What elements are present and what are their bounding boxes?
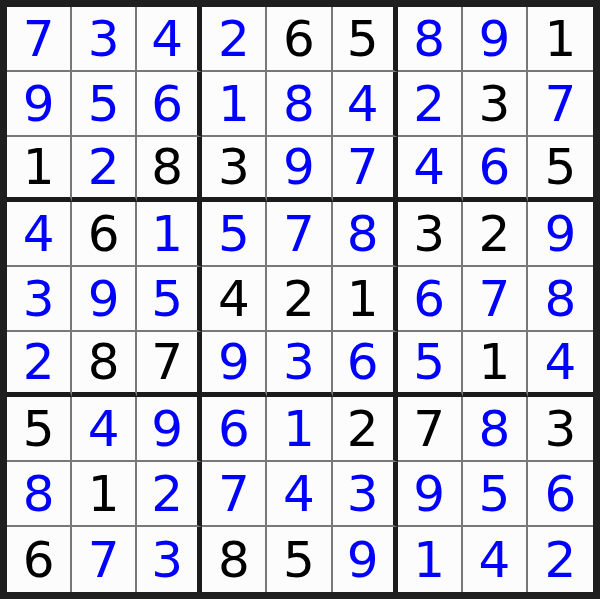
filled-digit: 4 (151, 14, 183, 64)
filled-digit: 4 (347, 79, 379, 129)
cell-r3c9[interactable]: 5 (528, 137, 593, 202)
cell-r2c9[interactable]: 7 (528, 72, 593, 137)
filled-digit: 4 (88, 404, 120, 454)
filled-digit: 2 (413, 79, 445, 129)
cell-r4c8[interactable]: 2 (463, 202, 528, 267)
given-digit: 1 (347, 274, 379, 324)
filled-digit: 7 (347, 142, 379, 192)
cell-r5c6[interactable]: 1 (333, 267, 398, 332)
cell-r1c8[interactable]: 9 (463, 7, 528, 72)
cell-r6c8[interactable]: 1 (463, 332, 528, 397)
cell-r8c7[interactable]: 9 (398, 462, 463, 527)
cell-r5c4[interactable]: 4 (202, 267, 267, 332)
given-digit: 5 (23, 404, 55, 454)
cell-r7c5[interactable]: 1 (267, 397, 332, 462)
filled-digit: 4 (545, 337, 577, 387)
given-digit: 7 (413, 404, 445, 454)
cell-r4c1[interactable]: 4 (7, 202, 72, 267)
filled-digit: 5 (478, 469, 510, 519)
cell-r9c1[interactable]: 6 (7, 527, 72, 592)
cell-r8c8[interactable]: 5 (463, 462, 528, 527)
cell-r9c8[interactable]: 4 (463, 527, 528, 592)
given-digit: 2 (478, 209, 510, 259)
cell-r6c1[interactable]: 2 (7, 332, 72, 397)
filled-digit: 3 (283, 337, 315, 387)
cell-r1c4[interactable]: 2 (202, 7, 267, 72)
filled-digit: 7 (545, 79, 577, 129)
cell-r3c3[interactable]: 8 (137, 137, 202, 202)
cell-r7c3[interactable]: 9 (137, 397, 202, 462)
filled-digit: 7 (23, 14, 55, 64)
filled-digit: 8 (283, 79, 315, 129)
cell-r8c9[interactable]: 6 (528, 462, 593, 527)
filled-digit: 9 (218, 337, 250, 387)
cell-r2c8[interactable]: 3 (463, 72, 528, 137)
cell-r4c7[interactable]: 3 (398, 202, 463, 267)
cell-r3c6[interactable]: 7 (333, 137, 398, 202)
cell-r4c9[interactable]: 9 (528, 202, 593, 267)
cell-r9c6[interactable]: 9 (333, 527, 398, 592)
sudoku-board: 7342658919561842371283974654615783293954… (0, 0, 600, 599)
filled-digit: 9 (413, 469, 445, 519)
filled-digit: 6 (545, 469, 577, 519)
filled-digit: 8 (23, 469, 55, 519)
cell-r9c3[interactable]: 3 (137, 527, 202, 592)
filled-digit: 4 (23, 209, 55, 259)
filled-digit: 5 (151, 274, 183, 324)
given-digit: 5 (347, 14, 379, 64)
cell-r1c2[interactable]: 3 (72, 7, 137, 72)
cell-r4c2[interactable]: 6 (72, 202, 137, 267)
filled-digit: 7 (283, 209, 315, 259)
given-digit: 8 (88, 337, 120, 387)
given-digit: 3 (413, 209, 445, 259)
cell-r2c4[interactable]: 1 (202, 72, 267, 137)
cell-r1c1[interactable]: 7 (7, 7, 72, 72)
cell-r8c3[interactable]: 2 (137, 462, 202, 527)
filled-digit: 8 (545, 274, 577, 324)
cell-r5c8[interactable]: 7 (463, 267, 528, 332)
filled-digit: 1 (218, 79, 250, 129)
filled-digit: 1 (413, 535, 445, 585)
filled-digit: 9 (151, 404, 183, 454)
cell-r8c1[interactable]: 8 (7, 462, 72, 527)
cell-r3c2[interactable]: 2 (72, 137, 137, 202)
cell-r8c5[interactable]: 4 (267, 462, 332, 527)
given-digit: 1 (478, 337, 510, 387)
cell-r4c6[interactable]: 8 (333, 202, 398, 267)
cell-r9c9[interactable]: 2 (528, 527, 593, 592)
cell-r5c9[interactable]: 8 (528, 267, 593, 332)
filled-digit: 9 (23, 79, 55, 129)
cell-r8c2[interactable]: 1 (72, 462, 137, 527)
filled-digit: 3 (88, 14, 120, 64)
filled-digit: 5 (88, 79, 120, 129)
cell-r5c5[interactable]: 2 (267, 267, 332, 332)
filled-digit: 3 (151, 535, 183, 585)
cell-r3c8[interactable]: 6 (463, 137, 528, 202)
given-digit: 6 (23, 535, 55, 585)
cell-r7c8[interactable]: 8 (463, 397, 528, 462)
filled-digit: 7 (218, 469, 250, 519)
given-digit: 2 (283, 274, 315, 324)
cell-r4c3[interactable]: 1 (137, 202, 202, 267)
filled-digit: 6 (478, 142, 510, 192)
given-digit: 7 (151, 337, 183, 387)
given-digit: 4 (218, 274, 250, 324)
cell-r4c5[interactable]: 7 (267, 202, 332, 267)
given-digit: 3 (218, 142, 250, 192)
filled-digit: 6 (413, 274, 445, 324)
filled-digit: 2 (545, 535, 577, 585)
cell-r8c6[interactable]: 3 (333, 462, 398, 527)
cell-r1c9[interactable]: 1 (528, 7, 593, 72)
filled-digit: 2 (88, 142, 120, 192)
cell-r1c6[interactable]: 5 (333, 7, 398, 72)
filled-digit: 2 (218, 14, 250, 64)
cell-r6c7[interactable]: 5 (398, 332, 463, 397)
filled-digit: 3 (347, 469, 379, 519)
cell-r2c1[interactable]: 9 (7, 72, 72, 137)
cell-r8c4[interactable]: 7 (202, 462, 267, 527)
cell-r1c3[interactable]: 4 (137, 7, 202, 72)
filled-digit: 9 (545, 209, 577, 259)
cell-r2c2[interactable]: 5 (72, 72, 137, 137)
filled-digit: 2 (151, 469, 183, 519)
filled-digit: 7 (478, 274, 510, 324)
filled-digit: 8 (347, 209, 379, 259)
cell-r2c6[interactable]: 4 (333, 72, 398, 137)
filled-digit: 1 (283, 404, 315, 454)
given-digit: 3 (478, 79, 510, 129)
filled-digit: 6 (151, 79, 183, 129)
cell-r9c4[interactable]: 8 (202, 527, 267, 592)
filled-digit: 4 (478, 535, 510, 585)
filled-digit: 7 (88, 535, 120, 585)
cell-r7c2[interactable]: 4 (72, 397, 137, 462)
cell-r3c5[interactable]: 9 (267, 137, 332, 202)
given-digit: 1 (545, 14, 577, 64)
cell-r9c2[interactable]: 7 (72, 527, 137, 592)
given-digit: 8 (218, 535, 250, 585)
cell-r3c7[interactable]: 4 (398, 137, 463, 202)
cell-r1c7[interactable]: 8 (398, 7, 463, 72)
given-digit: 1 (88, 469, 120, 519)
cell-r7c4[interactable]: 6 (202, 397, 267, 462)
cell-r2c5[interactable]: 8 (267, 72, 332, 137)
filled-digit: 8 (413, 14, 445, 64)
filled-digit: 1 (151, 209, 183, 259)
given-digit: 5 (283, 535, 315, 585)
cell-r7c9[interactable]: 3 (528, 397, 593, 462)
cell-r3c4[interactable]: 3 (202, 137, 267, 202)
cell-r2c7[interactable]: 2 (398, 72, 463, 137)
given-digit: 8 (151, 142, 183, 192)
given-digit: 1 (23, 142, 55, 192)
filled-digit: 6 (347, 337, 379, 387)
filled-digit: 6 (218, 404, 250, 454)
filled-digit: 9 (478, 14, 510, 64)
cell-r7c6[interactable]: 2 (333, 397, 398, 462)
cell-r9c7[interactable]: 1 (398, 527, 463, 592)
cell-r3c1[interactable]: 1 (7, 137, 72, 202)
cell-r6c5[interactable]: 3 (267, 332, 332, 397)
cell-r1c5[interactable]: 6 (267, 7, 332, 72)
cell-r5c7[interactable]: 6 (398, 267, 463, 332)
cell-r7c7[interactable]: 7 (398, 397, 463, 462)
filled-digit: 5 (218, 209, 250, 259)
given-digit: 3 (545, 404, 577, 454)
filled-digit: 9 (88, 274, 120, 324)
filled-digit: 3 (23, 274, 55, 324)
cell-r7c1[interactable]: 5 (7, 397, 72, 462)
cell-r5c1[interactable]: 3 (7, 267, 72, 332)
filled-digit: 9 (347, 535, 379, 585)
cell-r6c6[interactable]: 6 (333, 332, 398, 397)
filled-digit: 2 (23, 337, 55, 387)
filled-digit: 8 (478, 404, 510, 454)
filled-digit: 4 (283, 469, 315, 519)
given-digit: 5 (545, 142, 577, 192)
cell-r6c3[interactable]: 7 (137, 332, 202, 397)
filled-digit: 9 (283, 142, 315, 192)
cell-r4c4[interactable]: 5 (202, 202, 267, 267)
cell-r6c9[interactable]: 4 (528, 332, 593, 397)
cell-r6c2[interactable]: 8 (72, 332, 137, 397)
filled-digit: 4 (413, 142, 445, 192)
filled-digit: 5 (413, 337, 445, 387)
cell-r5c3[interactable]: 5 (137, 267, 202, 332)
cell-r9c5[interactable]: 5 (267, 527, 332, 592)
given-digit: 6 (88, 209, 120, 259)
given-digit: 6 (283, 14, 315, 64)
cell-r2c3[interactable]: 6 (137, 72, 202, 137)
cell-r5c2[interactable]: 9 (72, 267, 137, 332)
given-digit: 2 (347, 404, 379, 454)
cell-r6c4[interactable]: 9 (202, 332, 267, 397)
